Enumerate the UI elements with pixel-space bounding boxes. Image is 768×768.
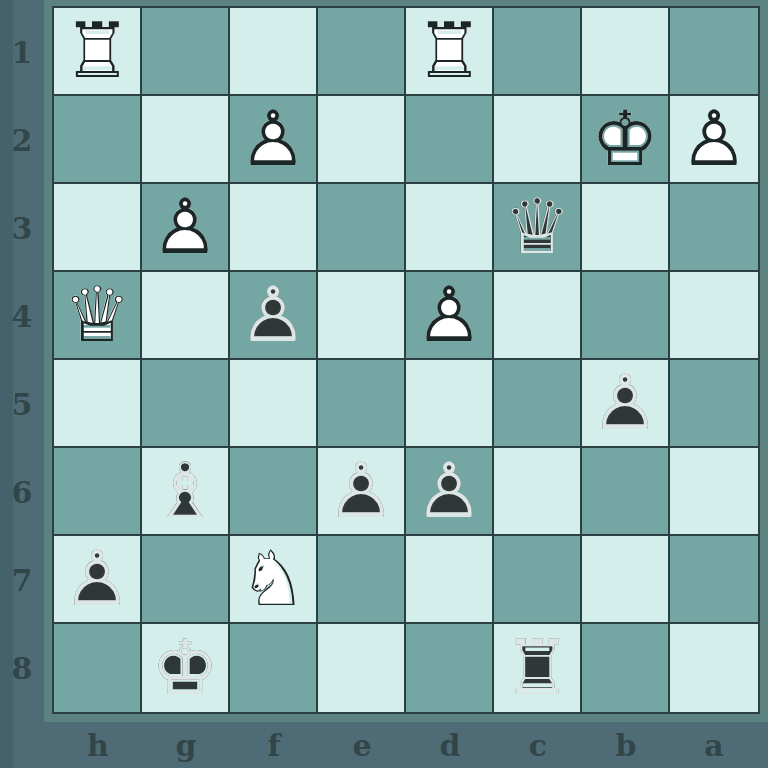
square-b3[interactable] bbox=[582, 184, 670, 272]
square-h5[interactable] bbox=[54, 360, 142, 448]
file-label-e: e bbox=[318, 722, 406, 768]
file-label-h: h bbox=[54, 722, 142, 768]
square-d5[interactable] bbox=[406, 360, 494, 448]
square-f7[interactable]: ♞♘ bbox=[230, 536, 318, 624]
square-e1[interactable] bbox=[318, 8, 406, 96]
square-f3[interactable] bbox=[230, 184, 318, 272]
square-b2[interactable]: ♚♔ bbox=[582, 96, 670, 184]
piece-black-pawn-d6[interactable]: ♟♙ bbox=[406, 448, 492, 534]
square-c8[interactable]: ♜♖ bbox=[494, 624, 582, 712]
square-c4[interactable] bbox=[494, 272, 582, 360]
piece-outline: ♙ bbox=[318, 448, 404, 534]
piece-outline: ♙ bbox=[670, 96, 758, 182]
rank-label-2: 2 bbox=[0, 96, 44, 184]
piece-outline: ♙ bbox=[406, 272, 492, 358]
rank-labels: 12345678 bbox=[0, 8, 44, 712]
square-h8[interactable] bbox=[54, 624, 142, 712]
piece-black-pawn-b5[interactable]: ♟♙ bbox=[582, 360, 668, 446]
file-label-b: b bbox=[582, 722, 670, 768]
piece-outline: ♔ bbox=[142, 624, 228, 712]
square-b6[interactable] bbox=[582, 448, 670, 536]
rank-label-4: 4 bbox=[0, 272, 44, 360]
square-e8[interactable] bbox=[318, 624, 406, 712]
square-d4[interactable]: ♟♙ bbox=[406, 272, 494, 360]
square-f4[interactable]: ♟♙ bbox=[230, 272, 318, 360]
square-b4[interactable] bbox=[582, 272, 670, 360]
piece-white-rook-h1[interactable]: ♜♖ bbox=[54, 8, 140, 94]
piece-outline: ♙ bbox=[230, 96, 316, 182]
square-e5[interactable] bbox=[318, 360, 406, 448]
square-d3[interactable] bbox=[406, 184, 494, 272]
square-a3[interactable] bbox=[670, 184, 758, 272]
rank-label-3: 3 bbox=[0, 184, 44, 272]
file-label-d: d bbox=[406, 722, 494, 768]
square-g6[interactable]: ♝♗ bbox=[142, 448, 230, 536]
piece-white-knight-f7[interactable]: ♞♘ bbox=[230, 536, 316, 622]
square-g3[interactable]: ♟♙ bbox=[142, 184, 230, 272]
rank-label-7: 7 bbox=[0, 536, 44, 624]
piece-white-pawn-f2[interactable]: ♟♙ bbox=[230, 96, 316, 182]
piece-black-pawn-e6[interactable]: ♟♙ bbox=[318, 448, 404, 534]
square-a2[interactable]: ♟♙ bbox=[670, 96, 758, 184]
square-a7[interactable] bbox=[670, 536, 758, 624]
square-e6[interactable]: ♟♙ bbox=[318, 448, 406, 536]
piece-white-queen-h4[interactable]: ♛♕ bbox=[54, 272, 140, 358]
piece-white-pawn-g3[interactable]: ♟♙ bbox=[142, 184, 228, 270]
piece-white-pawn-a2[interactable]: ♟♙ bbox=[670, 96, 758, 182]
piece-outline: ♙ bbox=[142, 184, 228, 270]
square-f2[interactable]: ♟♙ bbox=[230, 96, 318, 184]
piece-white-king-b2[interactable]: ♚♔ bbox=[582, 96, 668, 182]
piece-outline: ♕ bbox=[494, 184, 580, 270]
file-label-c: c bbox=[494, 722, 582, 768]
piece-black-bishop-g6[interactable]: ♝♗ bbox=[142, 448, 228, 534]
square-e7[interactable] bbox=[318, 536, 406, 624]
piece-outline: ♖ bbox=[406, 8, 492, 94]
square-b7[interactable] bbox=[582, 536, 670, 624]
piece-black-pawn-f4[interactable]: ♟♙ bbox=[230, 272, 316, 358]
square-a6[interactable] bbox=[670, 448, 758, 536]
rank-label-6: 6 bbox=[0, 448, 44, 536]
square-h2[interactable] bbox=[54, 96, 142, 184]
piece-black-pawn-h7[interactable]: ♟♙ bbox=[54, 536, 140, 622]
square-c3[interactable]: ♛♕ bbox=[494, 184, 582, 272]
square-h1[interactable]: ♜♖ bbox=[54, 8, 142, 96]
square-c6[interactable] bbox=[494, 448, 582, 536]
square-g4[interactable] bbox=[142, 272, 230, 360]
rank-label-8: 8 bbox=[0, 624, 44, 712]
square-b5[interactable]: ♟♙ bbox=[582, 360, 670, 448]
square-f1[interactable] bbox=[230, 8, 318, 96]
piece-outline: ♙ bbox=[406, 448, 492, 534]
square-h3[interactable] bbox=[54, 184, 142, 272]
rank-label-1: 1 bbox=[0, 8, 44, 96]
square-d2[interactable] bbox=[406, 96, 494, 184]
file-labels: hgfedcba bbox=[54, 722, 758, 768]
board: ♜♖♜♖♟♙♚♔♟♙♟♙♛♕♛♕♟♙♟♙♟♙♝♗♟♙♟♙♟♙♞♘♚♔♜♖ bbox=[52, 6, 760, 714]
square-h7[interactable]: ♟♙ bbox=[54, 536, 142, 624]
square-f5[interactable] bbox=[230, 360, 318, 448]
piece-black-king-g8[interactable]: ♚♔ bbox=[142, 624, 228, 712]
piece-black-rook-c8[interactable]: ♜♖ bbox=[494, 624, 580, 712]
file-label-g: g bbox=[142, 722, 230, 768]
piece-outline: ♙ bbox=[582, 360, 668, 446]
square-d7[interactable] bbox=[406, 536, 494, 624]
file-label-f: f bbox=[230, 722, 318, 768]
piece-white-rook-d1[interactable]: ♜♖ bbox=[406, 8, 492, 94]
piece-outline: ♗ bbox=[142, 448, 228, 534]
square-d8[interactable] bbox=[406, 624, 494, 712]
square-e3[interactable] bbox=[318, 184, 406, 272]
square-e4[interactable] bbox=[318, 272, 406, 360]
square-c5[interactable] bbox=[494, 360, 582, 448]
piece-outline: ♙ bbox=[230, 272, 316, 358]
square-h4[interactable]: ♛♕ bbox=[54, 272, 142, 360]
square-d6[interactable]: ♟♙ bbox=[406, 448, 494, 536]
piece-outline: ♖ bbox=[54, 8, 140, 94]
square-h6[interactable] bbox=[54, 448, 142, 536]
square-f8[interactable] bbox=[230, 624, 318, 712]
piece-outline: ♖ bbox=[494, 624, 580, 712]
square-d1[interactable]: ♜♖ bbox=[406, 8, 494, 96]
square-g5[interactable] bbox=[142, 360, 230, 448]
square-c1[interactable] bbox=[494, 8, 582, 96]
piece-outline: ♔ bbox=[582, 96, 668, 182]
square-c7[interactable] bbox=[494, 536, 582, 624]
square-a8[interactable] bbox=[670, 624, 758, 712]
square-g7[interactable] bbox=[142, 536, 230, 624]
square-e2[interactable] bbox=[318, 96, 406, 184]
file-label-a: a bbox=[670, 722, 758, 768]
square-f6[interactable] bbox=[230, 448, 318, 536]
square-a5[interactable] bbox=[670, 360, 758, 448]
square-a4[interactable] bbox=[670, 272, 758, 360]
square-a1[interactable] bbox=[670, 8, 758, 96]
piece-black-queen-c3[interactable]: ♛♕ bbox=[494, 184, 580, 270]
square-b8[interactable] bbox=[582, 624, 670, 712]
square-b1[interactable] bbox=[582, 8, 670, 96]
piece-outline: ♙ bbox=[54, 536, 140, 622]
rank-label-5: 5 bbox=[0, 360, 44, 448]
chessboard-diagram: ♜♖♜♖♟♙♚♔♟♙♟♙♛♕♛♕♟♙♟♙♟♙♝♗♟♙♟♙♟♙♞♘♚♔♜♖ 123… bbox=[0, 0, 768, 768]
piece-outline: ♕ bbox=[54, 272, 140, 358]
square-g1[interactable] bbox=[142, 8, 230, 96]
piece-white-pawn-d4[interactable]: ♟♙ bbox=[406, 272, 492, 358]
piece-outline: ♘ bbox=[230, 536, 316, 622]
square-c2[interactable] bbox=[494, 96, 582, 184]
square-g8[interactable]: ♚♔ bbox=[142, 624, 230, 712]
square-g2[interactable] bbox=[142, 96, 230, 184]
